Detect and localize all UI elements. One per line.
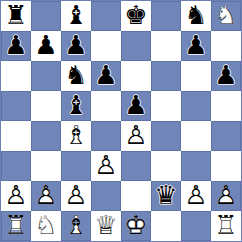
piece-glyph: ♟ — [211, 61, 241, 91]
piece-white-knight[interactable]: ♞♘ — [211, 1, 241, 31]
square-f4[interactable] — [151, 121, 181, 151]
square-e3[interactable] — [121, 151, 151, 181]
square-b4[interactable] — [31, 121, 61, 151]
piece-glyph-outline: ♗ — [61, 121, 91, 151]
square-g1[interactable] — [181, 211, 211, 241]
piece-black-pawn[interactable]: ♟ — [61, 31, 91, 61]
square-f2[interactable]: ♛ — [151, 181, 181, 211]
square-f8[interactable] — [151, 1, 181, 31]
square-g5[interactable] — [181, 91, 211, 121]
square-e5[interactable]: ♟ — [121, 91, 151, 121]
piece-black-pawn[interactable]: ♟ — [121, 91, 151, 121]
square-d3[interactable]: ♟♙ — [91, 151, 121, 181]
square-c6[interactable]: ♞ — [61, 61, 91, 91]
square-e2[interactable] — [121, 181, 151, 211]
square-c3[interactable] — [61, 151, 91, 181]
piece-glyph-outline: ♙ — [1, 181, 31, 211]
piece-black-pawn[interactable]: ♟ — [31, 31, 61, 61]
square-a7[interactable]: ♟ — [1, 31, 31, 61]
piece-glyph-outline: ♔ — [121, 211, 151, 241]
square-h3[interactable] — [211, 151, 241, 181]
piece-glyph-outline: ♖ — [211, 211, 241, 241]
square-a5[interactable] — [1, 91, 31, 121]
square-g4[interactable] — [181, 121, 211, 151]
square-a4[interactable] — [1, 121, 31, 151]
piece-glyph: ♟ — [181, 31, 211, 61]
piece-white-queen[interactable]: ♛♕ — [91, 211, 121, 241]
square-d8[interactable] — [91, 1, 121, 31]
square-f1[interactable] — [151, 211, 181, 241]
piece-black-king[interactable]: ♚ — [121, 1, 151, 31]
square-d5[interactable] — [91, 91, 121, 121]
square-g2[interactable]: ♟♙ — [181, 181, 211, 211]
piece-glyph: ♟ — [31, 31, 61, 61]
square-h6[interactable]: ♟ — [211, 61, 241, 91]
piece-glyph-outline: ♙ — [181, 181, 211, 211]
piece-white-bishop[interactable]: ♝♗ — [61, 121, 91, 151]
piece-black-knight[interactable]: ♞ — [61, 61, 91, 91]
piece-glyph-outline: ♘ — [211, 1, 241, 31]
piece-black-pawn[interactable]: ♟ — [181, 31, 211, 61]
piece-white-pawn[interactable]: ♟♙ — [61, 181, 91, 211]
piece-glyph-outline: ♙ — [31, 181, 61, 211]
piece-white-pawn[interactable]: ♟♙ — [1, 181, 31, 211]
piece-white-knight[interactable]: ♞♘ — [31, 211, 61, 241]
square-e8[interactable]: ♚ — [121, 1, 151, 31]
square-f7[interactable] — [151, 31, 181, 61]
piece-white-bishop[interactable]: ♝♗ — [61, 211, 91, 241]
square-a2[interactable]: ♟♙ — [1, 181, 31, 211]
piece-white-pawn[interactable]: ♟♙ — [181, 181, 211, 211]
piece-white-king[interactable]: ♚♔ — [121, 211, 151, 241]
piece-white-pawn[interactable]: ♟♙ — [121, 121, 151, 151]
square-c5[interactable]: ♝ — [61, 91, 91, 121]
square-b1[interactable]: ♞♘ — [31, 211, 61, 241]
square-f6[interactable] — [151, 61, 181, 91]
square-d2[interactable] — [91, 181, 121, 211]
piece-glyph-outline: ♗ — [61, 211, 91, 241]
square-b3[interactable] — [31, 151, 61, 181]
square-a8[interactable]: ♜ — [1, 1, 31, 31]
square-h5[interactable] — [211, 91, 241, 121]
piece-glyph-outline: ♕ — [91, 211, 121, 241]
square-e1[interactable]: ♚♔ — [121, 211, 151, 241]
square-f3[interactable] — [151, 151, 181, 181]
square-b7[interactable]: ♟ — [31, 31, 61, 61]
piece-white-pawn[interactable]: ♟♙ — [211, 181, 241, 211]
piece-black-pawn[interactable]: ♟ — [211, 61, 241, 91]
square-a1[interactable]: ♜♖ — [1, 211, 31, 241]
square-h8[interactable]: ♞♘ — [211, 1, 241, 31]
square-g7[interactable]: ♟ — [181, 31, 211, 61]
square-c1[interactable]: ♝♗ — [61, 211, 91, 241]
piece-black-queen[interactable]: ♛ — [151, 181, 181, 211]
square-h4[interactable] — [211, 121, 241, 151]
piece-black-knight[interactable]: ♞ — [181, 1, 211, 31]
piece-black-rook[interactable]: ♜ — [1, 1, 31, 31]
piece-glyph: ♞ — [61, 61, 91, 91]
square-c2[interactable]: ♟♙ — [61, 181, 91, 211]
piece-white-pawn[interactable]: ♟♙ — [31, 181, 61, 211]
piece-white-pawn[interactable]: ♟♙ — [91, 151, 121, 181]
square-e4[interactable]: ♟♙ — [121, 121, 151, 151]
square-b2[interactable]: ♟♙ — [31, 181, 61, 211]
piece-white-rook[interactable]: ♜♖ — [1, 211, 31, 241]
square-d6[interactable]: ♟ — [91, 61, 121, 91]
piece-glyph-outline: ♖ — [1, 211, 31, 241]
piece-black-pawn[interactable]: ♟ — [91, 61, 121, 91]
square-b6[interactable] — [31, 61, 61, 91]
piece-glyph-outline: ♙ — [121, 121, 151, 151]
square-h2[interactable]: ♟♙ — [211, 181, 241, 211]
square-e7[interactable] — [121, 31, 151, 61]
piece-glyph: ♝ — [61, 91, 91, 121]
piece-glyph: ♞ — [181, 1, 211, 31]
piece-glyph: ♚ — [121, 1, 151, 31]
square-g3[interactable] — [181, 151, 211, 181]
square-d4[interactable] — [91, 121, 121, 151]
piece-glyph: ♟ — [1, 31, 31, 61]
square-b5[interactable] — [31, 91, 61, 121]
piece-glyph-outline: ♙ — [91, 151, 121, 181]
piece-glyph: ♟ — [121, 91, 151, 121]
square-h7[interactable] — [211, 31, 241, 61]
square-f5[interactable] — [151, 91, 181, 121]
piece-glyph-outline: ♘ — [31, 211, 61, 241]
square-a3[interactable] — [1, 151, 31, 181]
square-g8[interactable]: ♞ — [181, 1, 211, 31]
square-b8[interactable] — [31, 1, 61, 31]
piece-black-pawn[interactable]: ♟ — [1, 31, 31, 61]
square-g6[interactable] — [181, 61, 211, 91]
square-d7[interactable] — [91, 31, 121, 61]
piece-glyph: ♜ — [1, 1, 31, 31]
piece-glyph: ♟ — [61, 31, 91, 61]
square-c4[interactable]: ♝♗ — [61, 121, 91, 151]
piece-glyph: ♛ — [151, 181, 181, 211]
piece-glyph-outline: ♙ — [61, 181, 91, 211]
piece-glyph: ♝ — [61, 1, 91, 31]
square-c8[interactable]: ♝ — [61, 1, 91, 31]
piece-black-bishop[interactable]: ♝ — [61, 1, 91, 31]
square-c7[interactable]: ♟ — [61, 31, 91, 61]
square-h1[interactable]: ♜♖ — [211, 211, 241, 241]
square-e6[interactable] — [121, 61, 151, 91]
chess-board: ♜♝♚♞♞♘♟♟♟♟♞♟♟♝♟♝♗♟♙♟♙♟♙♟♙♟♙♛♟♙♟♙♜♖♞♘♝♗♛♕… — [0, 0, 242, 242]
piece-black-bishop[interactable]: ♝ — [61, 91, 91, 121]
square-d1[interactable]: ♛♕ — [91, 211, 121, 241]
piece-glyph-outline: ♙ — [211, 181, 241, 211]
piece-white-rook[interactable]: ♜♖ — [211, 211, 241, 241]
square-a6[interactable] — [1, 61, 31, 91]
piece-glyph: ♟ — [91, 61, 121, 91]
